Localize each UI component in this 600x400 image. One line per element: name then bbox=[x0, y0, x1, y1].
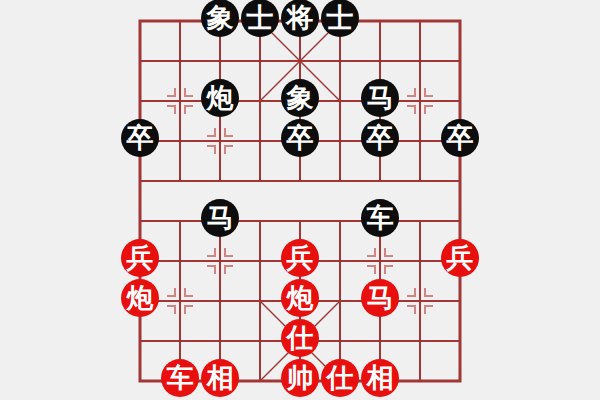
point-f1-r7[interactable]: 炮 bbox=[120, 281, 160, 321]
point-f3-r7[interactable] bbox=[200, 281, 240, 321]
piece-red-elephant[interactable]: 相 bbox=[201, 359, 239, 397]
piece-red-elephant[interactable]: 相 bbox=[361, 359, 399, 397]
point-f6-r7[interactable] bbox=[320, 281, 360, 321]
piece-black-horse[interactable]: 马 bbox=[201, 199, 239, 237]
point-f4-r0[interactable]: 士 bbox=[240, 1, 280, 41]
point-f6-r0[interactable]: 士 bbox=[320, 1, 360, 41]
point-f8-r3[interactable] bbox=[400, 121, 440, 161]
piece-red-soldier[interactable]: 兵 bbox=[281, 239, 319, 277]
point-f4-r1[interactable] bbox=[240, 41, 280, 81]
point-f8-r5[interactable] bbox=[400, 201, 440, 241]
point-f2-r1[interactable] bbox=[160, 41, 200, 81]
point-f5-r6[interactable]: 兵 bbox=[280, 241, 320, 281]
piece-black-elephant[interactable]: 象 bbox=[201, 0, 239, 37]
piece-red-soldier[interactable]: 兵 bbox=[441, 239, 479, 277]
piece-black-advisor[interactable]: 士 bbox=[321, 0, 359, 37]
point-f6-r9[interactable]: 仕 bbox=[320, 361, 360, 400]
point-f5-r9[interactable]: 帅 bbox=[280, 361, 320, 400]
point-f7-r7[interactable]: 马 bbox=[360, 281, 400, 321]
piece-red-advisor[interactable]: 仕 bbox=[321, 359, 359, 397]
point-f6-r2[interactable] bbox=[320, 81, 360, 121]
point-f1-r9[interactable] bbox=[120, 361, 160, 400]
piece-red-cannon[interactable]: 炮 bbox=[121, 279, 159, 317]
point-f9-r4[interactable] bbox=[440, 161, 480, 201]
point-f6-r6[interactable] bbox=[320, 241, 360, 281]
piece-red-soldier[interactable]: 兵 bbox=[121, 239, 159, 277]
point-f5-r8[interactable]: 仕 bbox=[280, 321, 320, 361]
point-f6-r5[interactable] bbox=[320, 201, 360, 241]
point-f9-r3[interactable]: 卒 bbox=[440, 121, 480, 161]
piece-black-soldier[interactable]: 卒 bbox=[121, 119, 159, 157]
piece-black-cannon[interactable]: 炮 bbox=[201, 79, 239, 117]
point-f2-r9[interactable]: 车 bbox=[160, 361, 200, 400]
piece-red-advisor[interactable]: 仕 bbox=[281, 319, 319, 357]
piece-black-soldier[interactable]: 卒 bbox=[361, 119, 399, 157]
xiangqi-board[interactable]: 象士将士炮象马卒卒卒卒马车兵兵兵炮炮马仕车相帅仕相 bbox=[0, 0, 600, 400]
point-f3-r3[interactable] bbox=[200, 121, 240, 161]
point-f8-r6[interactable] bbox=[400, 241, 440, 281]
point-f4-r5[interactable] bbox=[240, 201, 280, 241]
point-f9-r5[interactable] bbox=[440, 201, 480, 241]
point-f3-r1[interactable] bbox=[200, 41, 240, 81]
piece-red-general[interactable]: 帅 bbox=[281, 359, 319, 397]
point-f9-r0[interactable] bbox=[440, 1, 480, 41]
point-f3-r6[interactable] bbox=[200, 241, 240, 281]
piece-red-cannon[interactable]: 炮 bbox=[281, 279, 319, 317]
point-f7-r5[interactable]: 车 bbox=[360, 201, 400, 241]
piece-black-soldier[interactable]: 卒 bbox=[441, 119, 479, 157]
point-f9-r2[interactable] bbox=[440, 81, 480, 121]
point-f9-r1[interactable] bbox=[440, 41, 480, 81]
point-f4-r2[interactable] bbox=[240, 81, 280, 121]
point-f8-r2[interactable] bbox=[400, 81, 440, 121]
point-f2-r8[interactable] bbox=[160, 321, 200, 361]
point-f4-r9[interactable] bbox=[240, 361, 280, 400]
point-f1-r4[interactable] bbox=[120, 161, 160, 201]
point-f3-r2[interactable]: 炮 bbox=[200, 81, 240, 121]
point-f8-r8[interactable] bbox=[400, 321, 440, 361]
point-f2-r0[interactable] bbox=[160, 1, 200, 41]
point-f3-r9[interactable]: 相 bbox=[200, 361, 240, 400]
point-f4-r7[interactable] bbox=[240, 281, 280, 321]
app-background: 象士将士炮象马卒卒卒卒马车兵兵兵炮炮马仕车相帅仕相 bbox=[0, 0, 600, 400]
piece-black-chariot[interactable]: 车 bbox=[361, 199, 399, 237]
point-f9-r8[interactable] bbox=[440, 321, 480, 361]
point-f5-r5[interactable] bbox=[280, 201, 320, 241]
point-f1-r6[interactable]: 兵 bbox=[120, 241, 160, 281]
point-f4-r6[interactable] bbox=[240, 241, 280, 281]
point-f1-r5[interactable] bbox=[120, 201, 160, 241]
point-f1-r1[interactable] bbox=[120, 41, 160, 81]
point-f4-r8[interactable] bbox=[240, 321, 280, 361]
point-f3-r8[interactable] bbox=[200, 321, 240, 361]
point-f7-r8[interactable] bbox=[360, 321, 400, 361]
point-f8-r1[interactable] bbox=[400, 41, 440, 81]
point-f9-r7[interactable] bbox=[440, 281, 480, 321]
point-f2-r3[interactable] bbox=[160, 121, 200, 161]
piece-red-horse[interactable]: 马 bbox=[361, 279, 399, 317]
point-f2-r6[interactable] bbox=[160, 241, 200, 281]
point-f1-r2[interactable] bbox=[120, 81, 160, 121]
board-grid[interactable]: 象士将士炮象马卒卒卒卒马车兵兵兵炮炮马仕车相帅仕相 bbox=[120, 1, 480, 400]
point-f3-r4[interactable] bbox=[200, 161, 240, 201]
point-f8-r4[interactable] bbox=[400, 161, 440, 201]
point-f1-r3[interactable]: 卒 bbox=[120, 121, 160, 161]
point-f7-r2[interactable]: 马 bbox=[360, 81, 400, 121]
point-f3-r0[interactable]: 象 bbox=[200, 1, 240, 41]
point-f3-r5[interactable]: 马 bbox=[200, 201, 240, 241]
point-f5-r4[interactable] bbox=[280, 161, 320, 201]
point-f8-r9[interactable] bbox=[400, 361, 440, 400]
point-f7-r4[interactable] bbox=[360, 161, 400, 201]
piece-black-horse[interactable]: 马 bbox=[361, 79, 399, 117]
piece-black-elephant[interactable]: 象 bbox=[281, 79, 319, 117]
point-f7-r3[interactable]: 卒 bbox=[360, 121, 400, 161]
point-f4-r4[interactable] bbox=[240, 161, 280, 201]
point-f7-r9[interactable]: 相 bbox=[360, 361, 400, 400]
piece-black-general[interactable]: 将 bbox=[281, 0, 319, 37]
point-f5-r7[interactable]: 炮 bbox=[280, 281, 320, 321]
point-f4-r3[interactable] bbox=[240, 121, 280, 161]
point-f2-r4[interactable] bbox=[160, 161, 200, 201]
point-f1-r0[interactable] bbox=[120, 1, 160, 41]
point-f2-r5[interactable] bbox=[160, 201, 200, 241]
piece-black-soldier[interactable]: 卒 bbox=[281, 119, 319, 157]
point-f8-r7[interactable] bbox=[400, 281, 440, 321]
point-f6-r1[interactable] bbox=[320, 41, 360, 81]
point-f5-r1[interactable] bbox=[280, 41, 320, 81]
point-f6-r4[interactable] bbox=[320, 161, 360, 201]
point-f5-r3[interactable]: 卒 bbox=[280, 121, 320, 161]
point-f7-r0[interactable] bbox=[360, 1, 400, 41]
point-f6-r3[interactable] bbox=[320, 121, 360, 161]
point-f8-r0[interactable] bbox=[400, 1, 440, 41]
point-f6-r8[interactable] bbox=[320, 321, 360, 361]
point-f1-r8[interactable] bbox=[120, 321, 160, 361]
point-f5-r2[interactable]: 象 bbox=[280, 81, 320, 121]
point-f2-r7[interactable] bbox=[160, 281, 200, 321]
point-f2-r2[interactable] bbox=[160, 81, 200, 121]
piece-black-advisor[interactable]: 士 bbox=[241, 0, 279, 37]
point-f9-r6[interactable]: 兵 bbox=[440, 241, 480, 281]
point-f7-r1[interactable] bbox=[360, 41, 400, 81]
piece-red-chariot[interactable]: 车 bbox=[161, 359, 199, 397]
point-f7-r6[interactable] bbox=[360, 241, 400, 281]
point-f9-r9[interactable] bbox=[440, 361, 480, 400]
point-f5-r0[interactable]: 将 bbox=[280, 1, 320, 41]
